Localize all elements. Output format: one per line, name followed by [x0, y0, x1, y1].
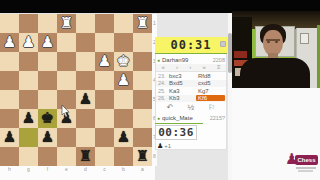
black-piece-g6: ♟	[22, 109, 35, 128]
top-player-row: ● Darhan99 2208	[157, 56, 225, 64]
square-b1[interactable]	[114, 14, 133, 33]
square-f6[interactable]: ♚	[38, 109, 57, 128]
white-move[interactable]: bxc3	[167, 73, 196, 79]
bottom-player-rating: 2215?	[210, 115, 225, 121]
top-player-clock: 00:31	[155, 37, 227, 53]
square-e3[interactable]	[57, 52, 76, 71]
square-g8[interactable]	[19, 147, 38, 166]
square-c1[interactable]	[95, 14, 114, 33]
square-h8[interactable]	[0, 147, 19, 166]
black-piece-a8: ♜	[136, 147, 149, 166]
square-b5[interactable]	[114, 90, 133, 109]
black-move[interactable]: Rfd8	[196, 73, 225, 79]
black-move[interactable]: Kg7	[196, 88, 225, 94]
square-b3[interactable]: ♚	[114, 52, 133, 71]
door-frame	[300, 33, 309, 44]
white-piece-e1: ♜	[60, 14, 73, 33]
square-f7[interactable]: ♟	[38, 128, 57, 147]
move-toolbar: « ‹ › » ≡	[156, 64, 226, 72]
stream-frame: ♜♜♟♟♟♟♚♟♟♟♚♟♟♟♟♜♜ hgfedcba 12345678 00:3…	[0, 0, 320, 180]
shelf-item	[234, 51, 247, 58]
square-c2[interactable]	[95, 33, 114, 52]
square-e8[interactable]	[57, 147, 76, 166]
square-h1[interactable]	[0, 14, 19, 33]
square-g5[interactable]	[19, 90, 38, 109]
logo-tagline	[296, 167, 316, 169]
white-piece-b4: ♟	[117, 71, 130, 90]
file-label-a: a	[133, 166, 152, 172]
game-actions: ↶ ½ ⚐	[156, 103, 226, 113]
square-f8[interactable]	[38, 147, 57, 166]
bottom-player-clock: 00:36	[155, 125, 197, 140]
file-label-e: e	[57, 166, 76, 172]
white-move[interactable]: Bxd5	[167, 80, 196, 86]
square-d1[interactable]	[76, 14, 95, 33]
square-e2[interactable]	[57, 33, 76, 52]
white-piece-a1: ♜	[136, 14, 149, 33]
material-value: +1	[164, 143, 171, 149]
square-c5[interactable]	[95, 90, 114, 109]
square-b8[interactable]	[114, 147, 133, 166]
black-piece-b7: ♟	[117, 128, 130, 147]
square-a1[interactable]: ♜	[133, 14, 152, 33]
top-player-rating: 2208	[213, 57, 225, 63]
black-move[interactable]: cxd5	[196, 80, 225, 86]
square-h6[interactable]	[0, 109, 19, 128]
square-g7[interactable]	[19, 128, 38, 147]
move-row-25: 25.Ka3Kg7	[156, 87, 226, 95]
square-a8[interactable]: ♜	[133, 147, 152, 166]
square-f2[interactable]: ♟	[38, 33, 57, 52]
online-dot-icon: ●	[157, 114, 160, 122]
square-a7[interactable]	[133, 128, 152, 147]
next-move-button[interactable]: ›	[189, 64, 191, 71]
square-d6[interactable]	[76, 109, 95, 128]
white-piece-g2: ♟	[22, 33, 35, 52]
square-a3[interactable]	[133, 52, 152, 71]
square-d7[interactable]	[76, 128, 95, 147]
square-b7[interactable]: ♟	[114, 128, 133, 147]
streamer-eye	[267, 41, 270, 43]
white-piece-b3: ♚	[117, 52, 130, 71]
square-d5[interactable]: ♟	[76, 90, 95, 109]
online-dot-icon: ●	[157, 56, 160, 64]
square-e1[interactable]: ♜	[57, 14, 76, 33]
square-f4[interactable]	[38, 71, 57, 90]
square-b4[interactable]: ♟	[114, 71, 133, 90]
draw-offer-icon[interactable]: ½	[187, 103, 194, 113]
black-piece-d5: ♟	[79, 90, 92, 109]
file-label-g: g	[19, 166, 38, 172]
square-b2[interactable]	[114, 33, 133, 52]
clock-settings-icon[interactable]	[220, 41, 226, 47]
prev-move-button[interactable]: ‹	[176, 64, 178, 71]
file-label-c: c	[95, 166, 114, 172]
square-e5[interactable]	[57, 90, 76, 109]
black-piece-d8: ♜	[79, 147, 92, 166]
square-a4[interactable]	[133, 71, 152, 90]
material-advantage: ♟ +1	[157, 142, 171, 150]
square-a6[interactable]	[133, 109, 152, 128]
square-c6[interactable]	[95, 109, 114, 128]
black-piece-f6: ♚	[41, 109, 54, 128]
pawn-icon: ♟	[157, 142, 163, 150]
square-c7[interactable]	[95, 128, 114, 147]
logo-tagline	[298, 170, 313, 172]
square-c8[interactable]	[95, 147, 114, 166]
move-list: 23.bxc3Rfd824.Bxd5cxd525.Ka3Kg726.Kb3Kf6	[156, 72, 226, 102]
square-g2[interactable]: ♟	[19, 33, 38, 52]
file-coordinates: hgfedcba	[0, 166, 152, 172]
bottom-player-name[interactable]: quick_Mate	[162, 115, 208, 121]
square-g6[interactable]: ♟	[19, 109, 38, 128]
move-number: 25.	[156, 88, 167, 94]
top-player-name[interactable]: Darhan99	[162, 57, 211, 63]
square-g1[interactable]	[19, 14, 38, 33]
white-piece-c3: ♟	[98, 52, 111, 71]
square-h2[interactable]: ♟	[0, 33, 19, 52]
square-b6[interactable]	[114, 109, 133, 128]
streamer-torso	[240, 58, 310, 88]
square-d2[interactable]	[76, 33, 95, 52]
square-h4[interactable]	[0, 71, 19, 90]
black-piece-f7: ♟	[41, 128, 54, 147]
square-c3[interactable]: ♟	[95, 52, 114, 71]
first-move-button[interactable]: «	[162, 64, 165, 71]
bottom-player-row: ● quick_Mate 2215?	[157, 114, 225, 122]
square-h3[interactable]	[0, 52, 19, 71]
square-g4[interactable]	[19, 71, 38, 90]
square-h5[interactable]	[0, 90, 19, 109]
white-piece-f2: ♟	[41, 33, 54, 52]
move-number: 26.	[156, 95, 167, 101]
square-d4[interactable]	[76, 71, 95, 90]
square-d8[interactable]: ♜	[76, 147, 95, 166]
square-h7[interactable]: ♟	[0, 128, 19, 147]
black-piece-e6: ♟	[60, 109, 73, 128]
file-label-d: d	[76, 166, 95, 172]
board-area: ♜♜♟♟♟♟♚♟♟♟♚♟♟♟♟♜♜	[0, 14, 152, 166]
square-e4[interactable]	[57, 71, 76, 90]
square-c4[interactable]	[95, 71, 114, 90]
square-f3[interactable]	[38, 52, 57, 71]
square-f5[interactable]	[38, 90, 57, 109]
webcam-video	[232, 11, 320, 88]
square-a2[interactable]	[133, 33, 152, 52]
takeback-icon[interactable]: ↶	[167, 103, 174, 113]
white-move[interactable]: Ka3	[167, 88, 196, 94]
file-label-b: b	[114, 166, 133, 172]
square-d3[interactable]	[76, 52, 95, 71]
move-row-23: 23.bxc3Rfd8	[156, 72, 226, 80]
move-number: 24.	[156, 80, 167, 86]
file-label-h: h	[0, 166, 19, 172]
chess-board: ♜♜♟♟♟♟♚♟♟♟♚♟♟♟♟♜♜	[0, 14, 152, 166]
square-e6[interactable]: ♟	[57, 109, 76, 128]
streamer-eye	[275, 41, 278, 43]
move-row-26: 26.Kb3Kf6	[156, 95, 226, 103]
last-move-button[interactable]: »	[202, 64, 205, 71]
square-e7[interactable]	[57, 128, 76, 147]
square-a5[interactable]	[133, 90, 152, 109]
white-move[interactable]: Kb3	[167, 95, 196, 101]
file-label-f: f	[38, 166, 57, 172]
black-move[interactable]: Kf6	[196, 95, 225, 101]
logo-text: Chess	[295, 155, 318, 165]
move-number: 23.	[156, 73, 167, 79]
channel-logo: ♟ Chess	[285, 150, 319, 174]
scrollbar-thumb[interactable]	[228, 33, 232, 73]
black-piece-h7: ♟	[3, 128, 16, 147]
square-f1[interactable]	[38, 14, 57, 33]
white-piece-h2: ♟	[3, 33, 16, 52]
square-g3[interactable]	[19, 52, 38, 71]
bottom-player-bar	[155, 123, 203, 125]
move-row-24: 24.Bxd5cxd5	[156, 80, 226, 88]
resign-flag-icon[interactable]: ⚐	[208, 103, 215, 113]
menu-icon[interactable]: ≡	[217, 64, 221, 71]
